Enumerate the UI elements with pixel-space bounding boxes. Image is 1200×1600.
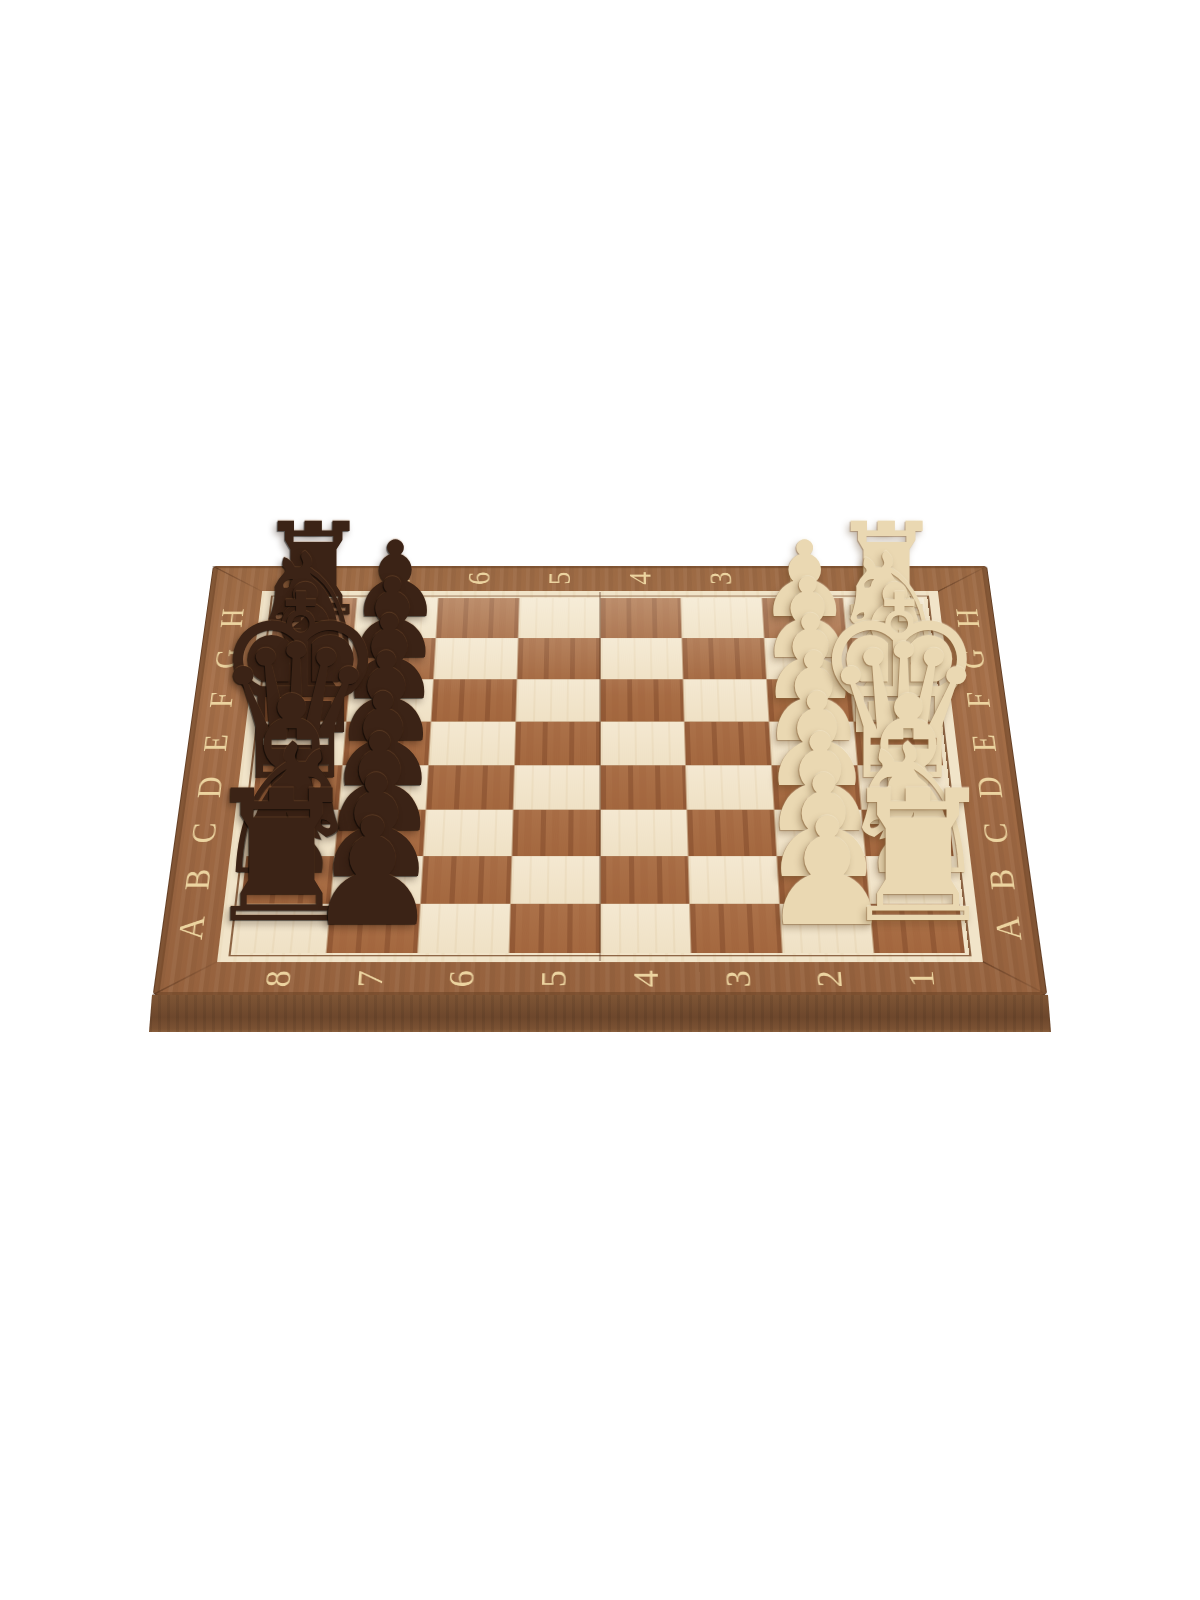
square-a1 (870, 904, 965, 953)
file-label-left-B: B (179, 869, 217, 890)
file-label-left-E: E (198, 734, 234, 752)
square-f3 (684, 679, 769, 721)
square-h2 (763, 598, 847, 637)
rank-label-far-1: 1 (865, 572, 898, 585)
square-c2 (775, 810, 865, 856)
square-g1 (847, 638, 933, 679)
rank-label-near-6: 6 (443, 970, 480, 987)
square-d4 (601, 765, 687, 809)
square-e5 (515, 722, 600, 765)
square-c3 (688, 810, 777, 856)
square-g2 (765, 638, 850, 679)
board-fold-seam (599, 592, 601, 961)
square-f8 (262, 679, 349, 721)
file-label-right-F: F (961, 692, 996, 708)
square-f5 (516, 679, 600, 721)
square-b3 (689, 856, 779, 903)
square-f4 (600, 679, 684, 721)
square-g6 (434, 638, 518, 679)
file-label-left-G: G (209, 649, 244, 669)
square-h7 (354, 598, 438, 637)
square-e4 (600, 722, 685, 765)
file-label-left-C: C (185, 822, 223, 843)
square-c5 (512, 810, 599, 856)
square-d8 (252, 765, 342, 809)
rank-label-near-1: 1 (903, 970, 941, 987)
square-d1 (858, 765, 948, 809)
square-d3 (686, 765, 773, 809)
frame-miter-joint (212, 566, 263, 592)
rank-label-far-8: 8 (302, 572, 335, 585)
rank-label-far-4: 4 (624, 572, 656, 585)
frame-miter-joint (152, 961, 218, 995)
frame-miter-joint (937, 566, 988, 592)
square-d5 (513, 765, 599, 809)
file-label-left-F: F (204, 692, 239, 708)
square-h4 (600, 598, 681, 637)
square-a4 (601, 904, 691, 953)
rank-label-near-3: 3 (719, 970, 756, 987)
rank-label-far-6: 6 (463, 572, 495, 585)
square-b1 (866, 856, 959, 903)
product-photo: 8877665544332211HHGGFFEEDDCCBBAA ♜♞♝♛♚♝♞… (0, 0, 1200, 1600)
square-g7 (350, 638, 435, 679)
chessboard: 8877665544332211HHGGFFEEDDCCBBAA (153, 566, 1048, 996)
square-e6 (429, 722, 515, 765)
square-g5 (517, 638, 599, 679)
rank-label-far-2: 2 (784, 572, 817, 585)
square-d2 (772, 765, 861, 809)
square-a5 (509, 904, 599, 953)
square-e2 (770, 722, 857, 765)
file-label-left-A: A (172, 916, 211, 940)
square-c1 (862, 810, 953, 856)
square-c7 (335, 810, 425, 856)
square-h6 (436, 598, 518, 637)
rank-label-far-3: 3 (704, 572, 736, 585)
rank-label-far-7: 7 (383, 572, 416, 585)
square-d6 (426, 765, 513, 809)
square-d7 (339, 765, 428, 809)
square-c6 (423, 810, 512, 856)
square-e8 (257, 722, 346, 765)
square-c8 (246, 810, 337, 856)
rank-label-near-4: 4 (628, 970, 665, 987)
file-label-right-E: E (966, 734, 1002, 752)
rank-label-far-5: 5 (544, 572, 576, 585)
square-b8 (241, 856, 334, 903)
square-b5 (511, 856, 600, 903)
rank-label-near-7: 7 (351, 970, 389, 987)
square-e3 (685, 722, 771, 765)
file-label-right-H: H (950, 608, 985, 627)
square-g4 (600, 638, 682, 679)
square-a3 (690, 904, 782, 953)
square-f7 (347, 679, 433, 721)
square-b6 (421, 856, 511, 903)
square-h8 (272, 598, 357, 637)
square-f1 (851, 679, 938, 721)
square-b2 (778, 856, 870, 903)
rank-label-near-8: 8 (259, 970, 297, 987)
file-label-right-B: B (983, 869, 1021, 890)
square-f2 (767, 679, 853, 721)
square-h5 (518, 598, 599, 637)
file-label-right-D: D (971, 776, 1008, 798)
square-b4 (601, 856, 690, 903)
square-b7 (331, 856, 423, 903)
file-label-right-G: G (955, 649, 990, 669)
square-a7 (327, 904, 420, 953)
square-a8 (235, 904, 330, 953)
rank-label-near-5: 5 (536, 970, 573, 987)
file-label-left-H: H (215, 608, 250, 627)
square-a6 (418, 904, 510, 953)
square-h3 (682, 598, 764, 637)
file-label-right-C: C (977, 822, 1015, 843)
square-e1 (854, 722, 943, 765)
square-g3 (683, 638, 767, 679)
square-e7 (343, 722, 430, 765)
board-front-edge (149, 995, 1051, 1032)
file-label-left-D: D (191, 776, 228, 798)
square-c4 (601, 810, 688, 856)
square-a2 (780, 904, 873, 953)
square-h1 (844, 598, 929, 637)
frame-miter-joint (982, 961, 1048, 995)
rank-label-near-2: 2 (811, 970, 849, 987)
square-f6 (431, 679, 516, 721)
square-g8 (267, 638, 353, 679)
file-label-right-A: A (989, 916, 1028, 940)
